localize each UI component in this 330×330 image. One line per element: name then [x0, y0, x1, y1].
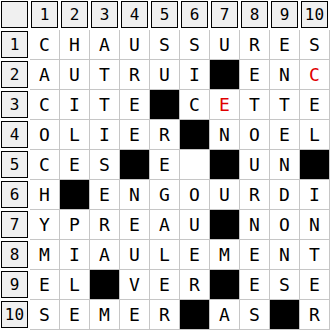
cell-r8-c5[interactable]: L: [150, 240, 180, 270]
cell-r7-c9[interactable]: O: [270, 210, 300, 240]
cell-r7-c6[interactable]: U: [180, 210, 210, 240]
cell-r7-c5[interactable]: A: [150, 210, 180, 240]
row-header-1: 1: [0, 30, 30, 60]
row-header-6-label: 6: [1, 181, 28, 208]
row-header-2-label: 2: [1, 61, 28, 88]
cell-r4-c5[interactable]: R: [150, 120, 180, 150]
col-header-7-label: 7: [211, 1, 238, 28]
cell-r9-c10[interactable]: E: [300, 270, 330, 300]
col-header-8: 8: [240, 0, 270, 30]
cell-r6-c8[interactable]: R: [240, 180, 270, 210]
col-header-2-label: 2: [61, 1, 88, 28]
cell-r3-c6[interactable]: C: [180, 90, 210, 120]
cell-r5-c2[interactable]: E: [60, 150, 90, 180]
cell-r10-c10[interactable]: R: [300, 300, 330, 330]
cell-r10-c3[interactable]: M: [90, 300, 120, 330]
cell-r1-c8[interactable]: R: [240, 30, 270, 60]
cell-r3-c7[interactable]: E: [210, 90, 240, 120]
cell-r6-c9[interactable]: D: [270, 180, 300, 210]
cell-r2-c2[interactable]: U: [60, 60, 90, 90]
black-cell-r10-c9: [270, 300, 300, 330]
cell-r9-c4[interactable]: V: [120, 270, 150, 300]
cell-r2-c8[interactable]: E: [240, 60, 270, 90]
cell-r6-c4[interactable]: N: [120, 180, 150, 210]
cell-r4-c8[interactable]: O: [240, 120, 270, 150]
row-header-5-label: 5: [1, 151, 28, 178]
col-header-7: 7: [210, 0, 240, 30]
cell-r1-c2[interactable]: H: [60, 30, 90, 60]
cell-r3-c9[interactable]: T: [270, 90, 300, 120]
cell-r5-c6[interactable]: [180, 150, 210, 180]
cell-r8-c6[interactable]: E: [180, 240, 210, 270]
cell-r5-c1[interactable]: C: [30, 150, 60, 180]
row-header-8-label: 8: [1, 241, 28, 268]
cell-r10-c7[interactable]: A: [210, 300, 240, 330]
black-cell-r9-c3: [90, 270, 120, 300]
col-header-6: 6: [180, 0, 210, 30]
cell-r10-c8[interactable]: S: [240, 300, 270, 330]
cell-r10-c1[interactable]: S: [30, 300, 60, 330]
cell-r5-c3[interactable]: S: [90, 150, 120, 180]
cell-r8-c2[interactable]: I: [60, 240, 90, 270]
cell-r2-c5[interactable]: U: [150, 60, 180, 90]
cell-r2-c6[interactable]: I: [180, 60, 210, 90]
cell-r10-c4[interactable]: E: [120, 300, 150, 330]
cell-r8-c9[interactable]: N: [270, 240, 300, 270]
cell-r9-c8[interactable]: E: [240, 270, 270, 300]
col-header-3: 3: [90, 0, 120, 30]
cell-r9-c6[interactable]: R: [180, 270, 210, 300]
col-header-9-label: 9: [271, 1, 298, 28]
cell-r4-c2[interactable]: L: [60, 120, 90, 150]
col-header-1-label: 1: [31, 1, 58, 28]
cell-r1-c9[interactable]: E: [270, 30, 300, 60]
col-header-1: 1: [30, 0, 60, 30]
cell-r6-c7[interactable]: U: [210, 180, 240, 210]
row-header-1-label: 1: [1, 31, 28, 58]
black-cell-r9-c7: [210, 270, 240, 300]
row-header-6: 6: [0, 180, 30, 210]
cell-r3-c3[interactable]: T: [90, 90, 120, 120]
row-header-10: 10: [0, 300, 30, 330]
cell-r5-c5[interactable]: E: [150, 150, 180, 180]
corner-cell-label: [1, 1, 28, 28]
cell-r5-c8[interactable]: U: [240, 150, 270, 180]
cell-r1-c4[interactable]: U: [120, 30, 150, 60]
row-header-3: 3: [0, 90, 30, 120]
col-header-2: 2: [60, 0, 90, 30]
cell-r3-c4[interactable]: E: [120, 90, 150, 120]
black-cell-r6-c2: [60, 180, 90, 210]
cell-r4-c9[interactable]: E: [270, 120, 300, 150]
col-header-4-label: 4: [121, 1, 148, 28]
cell-r8-c1[interactable]: M: [30, 240, 60, 270]
row-header-8: 8: [0, 240, 30, 270]
cell-r2-c4[interactable]: R: [120, 60, 150, 90]
black-cell-r4-c6: [180, 120, 210, 150]
cell-r7-c1[interactable]: Y: [30, 210, 60, 240]
row-header-9-label: 9: [1, 271, 28, 298]
col-header-10: 10: [300, 0, 330, 30]
cell-r9-c2[interactable]: L: [60, 270, 90, 300]
cell-r3-c2[interactable]: I: [60, 90, 90, 120]
cell-r3-c1[interactable]: C: [30, 90, 60, 120]
cell-r1-c3[interactable]: A: [90, 30, 120, 60]
cell-r7-c3[interactable]: R: [90, 210, 120, 240]
cell-r1-c6[interactable]: S: [180, 30, 210, 60]
row-header-10-label: 10: [1, 301, 28, 328]
cell-r4-c1[interactable]: O: [30, 120, 60, 150]
cell-r7-c4[interactable]: E: [120, 210, 150, 240]
cell-r7-c10[interactable]: N: [300, 210, 330, 240]
black-cell-r3-c5: [150, 90, 180, 120]
cell-r6-c3[interactable]: E: [90, 180, 120, 210]
cell-r2-c9[interactable]: N: [270, 60, 300, 90]
cell-r5-c9[interactable]: N: [270, 150, 300, 180]
cell-r8-c4[interactable]: U: [120, 240, 150, 270]
cell-r4-c4[interactable]: E: [120, 120, 150, 150]
cell-r6-c10[interactable]: I: [300, 180, 330, 210]
row-header-3-label: 3: [1, 91, 28, 118]
cell-r1-c7[interactable]: U: [210, 30, 240, 60]
cell-r7-c8[interactable]: N: [240, 210, 270, 240]
cell-r2-c3[interactable]: T: [90, 60, 120, 90]
black-cell-r5-c10: [300, 150, 330, 180]
cell-r10-c5[interactable]: R: [150, 300, 180, 330]
cell-r3-c8[interactable]: T: [240, 90, 270, 120]
cell-r1-c1[interactable]: C: [30, 30, 60, 60]
cell-r9-c5[interactable]: E: [150, 270, 180, 300]
cell-r9-c9[interactable]: S: [270, 270, 300, 300]
cell-r2-c10[interactable]: C: [300, 60, 330, 90]
row-header-9: 9: [0, 270, 30, 300]
cell-r9-c1[interactable]: E: [30, 270, 60, 300]
cell-r8-c7[interactable]: M: [210, 240, 240, 270]
row-header-4-label: 4: [1, 121, 28, 148]
cell-r8-c8[interactable]: E: [240, 240, 270, 270]
cell-r8-c3[interactable]: A: [90, 240, 120, 270]
cell-r1-c10[interactable]: S: [300, 30, 330, 60]
black-cell-r10-c6: [180, 300, 210, 330]
col-header-5-label: 5: [151, 1, 178, 28]
black-cell-r2-c7: [210, 60, 240, 90]
cell-r4-c7[interactable]: N: [210, 120, 240, 150]
cell-r6-c5[interactable]: G: [150, 180, 180, 210]
row-header-4: 4: [0, 120, 30, 150]
cell-r3-c10[interactable]: E: [300, 90, 330, 120]
cell-r2-c1[interactable]: A: [30, 60, 60, 90]
col-header-6-label: 6: [181, 1, 208, 28]
col-header-8-label: 8: [241, 1, 268, 28]
crossword-board: 123456789101CHAUSSURES2AUTRUIENC3CITECET…: [0, 0, 330, 330]
col-header-3-label: 3: [91, 1, 118, 28]
col-header-5: 5: [150, 0, 180, 30]
corner-cell: [0, 0, 30, 30]
cell-r4-c3[interactable]: I: [90, 120, 120, 150]
cell-r8-c10[interactable]: T: [300, 240, 330, 270]
col-header-10-label: 10: [301, 1, 328, 28]
cell-r6-c1[interactable]: H: [30, 180, 60, 210]
cell-r1-c5[interactable]: S: [150, 30, 180, 60]
black-cell-r7-c7: [210, 210, 240, 240]
black-cell-r5-c4: [120, 150, 150, 180]
col-header-9: 9: [270, 0, 300, 30]
col-header-4: 4: [120, 0, 150, 30]
cell-r7-c2[interactable]: P: [60, 210, 90, 240]
black-cell-r5-c7: [210, 150, 240, 180]
row-header-5: 5: [0, 150, 30, 180]
row-header-7-label: 7: [1, 211, 28, 238]
row-header-7: 7: [0, 210, 30, 240]
cell-r6-c6[interactable]: O: [180, 180, 210, 210]
cell-r4-c10[interactable]: L: [300, 120, 330, 150]
cell-r10-c2[interactable]: E: [60, 300, 90, 330]
row-header-2: 2: [0, 60, 30, 90]
